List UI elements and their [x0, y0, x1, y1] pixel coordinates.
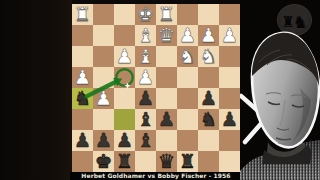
black-knight-b6: ♞: [200, 109, 217, 129]
white-bishop-e3: ♝: [137, 46, 154, 66]
black-pawn-e5: ♟: [137, 88, 154, 108]
square-d7: [156, 130, 177, 151]
square-d8: ♛: [156, 151, 177, 172]
square-g4: [93, 67, 114, 88]
black-pawn-h7: ♟: [74, 130, 91, 150]
square-g8: ♚: [93, 151, 114, 172]
square-g2: [93, 25, 114, 46]
white-rook-d1: ♜: [158, 4, 175, 24]
square-h4: ♟: [72, 67, 93, 88]
square-a8: [219, 151, 240, 172]
chess-board: ♜♚♜♝♛♟♟♟♟♝♞♞♟♟♞♟♟♟♝♟♞♟♟♟♟♝♚♜♛♜: [72, 4, 240, 172]
square-f7: ♟: [114, 130, 135, 151]
square-h3: [72, 46, 93, 67]
square-d3: [156, 46, 177, 67]
black-rook-c8: ♜: [179, 151, 196, 171]
square-c4: [177, 67, 198, 88]
left-background: [0, 0, 72, 180]
square-a1: [219, 4, 240, 25]
white-queen-d2: ♛: [158, 25, 175, 45]
square-f1: [114, 4, 135, 25]
logo-knight-icon: ♞: [293, 14, 308, 31]
white-pawn-h4: ♟: [74, 67, 91, 87]
square-e7: ♝: [135, 130, 156, 151]
square-f3: ♟: [114, 46, 135, 67]
square-e8: [135, 151, 156, 172]
square-c6: [177, 109, 198, 130]
white-pawn-g5: ♟: [95, 88, 112, 108]
black-pawn-a6: ♟: [221, 109, 238, 129]
square-b7: [198, 130, 219, 151]
square-g5: ♟: [93, 88, 114, 109]
square-b1: [198, 4, 219, 25]
black-bishop-e7: ♝: [137, 130, 154, 150]
black-pawn-d6: ♟: [158, 109, 175, 129]
square-a4: [219, 67, 240, 88]
square-a2: ♟: [219, 25, 240, 46]
square-f8: ♜: [114, 151, 135, 172]
square-h7: ♟: [72, 130, 93, 151]
white-pawn-e4: ♟: [137, 67, 154, 87]
white-bishop-e2: ♝: [137, 25, 154, 45]
video-frame: ♜♚♜♝♛♟♟♟♟♝♞♞♟♟♞♟♟♟♝♟♞♟♟♟♟♝♚♜♛♜ Herbet Go…: [0, 0, 320, 180]
square-b5: ♟: [198, 88, 219, 109]
square-h6: [72, 109, 93, 130]
square-h2: [72, 25, 93, 46]
square-a3: [219, 46, 240, 67]
white-rook-h1: ♜: [74, 4, 91, 24]
square-b3: ♞: [198, 46, 219, 67]
fischer-photo: [240, 30, 320, 180]
caption: Herbet Goldhamer vs Bobby Fischer - 1956: [70, 172, 242, 180]
black-pawn-f7: ♟: [116, 130, 133, 150]
square-c3: ♞: [177, 46, 198, 67]
square-d2: ♛: [156, 25, 177, 46]
square-e5: ♟: [135, 88, 156, 109]
square-h1: ♜: [72, 4, 93, 25]
square-c5: [177, 88, 198, 109]
black-king-g8: ♚: [95, 151, 112, 171]
white-pawn-f3: ♟: [116, 46, 133, 66]
white-pawn-b2: ♟: [200, 25, 217, 45]
square-e2: ♝: [135, 25, 156, 46]
square-e6: ♝: [135, 109, 156, 130]
square-a7: [219, 130, 240, 151]
white-pawn-c2: ♟: [179, 25, 196, 45]
square-a6: ♟: [219, 109, 240, 130]
square-e3: ♝: [135, 46, 156, 67]
black-pawn-g7: ♟: [95, 130, 112, 150]
square-h8: [72, 151, 93, 172]
square-f4: [114, 67, 135, 88]
square-d4: [156, 67, 177, 88]
square-f5: [114, 88, 135, 109]
white-knight-c3: ♞: [179, 46, 196, 66]
black-queen-d8: ♛: [158, 151, 175, 171]
square-b4: [198, 67, 219, 88]
square-f6: [114, 109, 135, 130]
square-c2: ♟: [177, 25, 198, 46]
square-b2: ♟: [198, 25, 219, 46]
square-h5: ♞: [72, 88, 93, 109]
square-g6: [93, 109, 114, 130]
black-pawn-b5: ♟: [200, 88, 217, 108]
square-g1: [93, 4, 114, 25]
black-rook-f8: ♜: [116, 151, 133, 171]
black-bishop-e6: ♝: [137, 109, 154, 129]
white-knight-b3: ♞: [200, 46, 217, 66]
square-c1: [177, 4, 198, 25]
square-d5: [156, 88, 177, 109]
square-d1: ♜: [156, 4, 177, 25]
square-b6: ♞: [198, 109, 219, 130]
white-king-e1: ♚: [137, 4, 154, 24]
square-g3: [93, 46, 114, 67]
square-c7: [177, 130, 198, 151]
square-d6: ♟: [156, 109, 177, 130]
square-g7: ♟: [93, 130, 114, 151]
square-a5: [219, 88, 240, 109]
square-b8: [198, 151, 219, 172]
square-c8: ♜: [177, 151, 198, 172]
square-e4: ♟: [135, 67, 156, 88]
face: [252, 33, 319, 148]
black-knight-h5: ♞: [74, 88, 91, 108]
white-pawn-a2: ♟: [221, 25, 238, 45]
square-f2: [114, 25, 135, 46]
square-e1: ♚: [135, 4, 156, 25]
